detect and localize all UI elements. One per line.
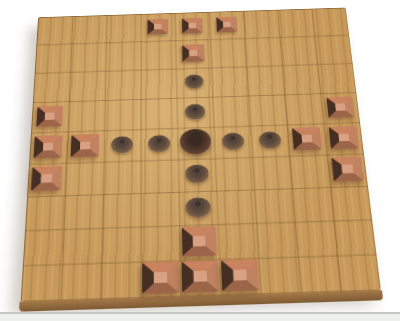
cell-g9[interactable] xyxy=(259,257,301,294)
cell-e9[interactable] xyxy=(180,259,221,296)
cell-f7[interactable] xyxy=(216,189,256,224)
cell-a3[interactable] xyxy=(33,72,70,102)
photo-bottom-rule xyxy=(0,312,400,321)
cell-e7[interactable] xyxy=(179,191,218,226)
king-piece[interactable] xyxy=(180,129,212,155)
cell-h8[interactable] xyxy=(295,221,337,257)
cell-h3[interactable] xyxy=(282,64,320,94)
cell-d1[interactable] xyxy=(141,13,176,41)
cell-a2[interactable] xyxy=(35,44,71,73)
attacker-piece[interactable] xyxy=(326,96,354,117)
cell-f2[interactable] xyxy=(210,38,247,67)
cell-f9[interactable] xyxy=(219,258,261,295)
cell-g8[interactable] xyxy=(256,222,297,258)
cell-c9[interactable] xyxy=(101,262,141,300)
defender-piece[interactable] xyxy=(258,131,281,149)
board-grid xyxy=(21,8,381,302)
cell-h9[interactable] xyxy=(298,255,341,292)
cell-c7[interactable] xyxy=(102,193,141,228)
cell-b2[interactable] xyxy=(70,42,106,71)
cell-e2[interactable] xyxy=(175,39,211,68)
cell-f5[interactable] xyxy=(214,126,253,158)
cell-i6[interactable] xyxy=(327,154,368,188)
cell-f4[interactable] xyxy=(213,96,251,127)
cell-i2[interactable] xyxy=(314,35,352,64)
cell-d9[interactable] xyxy=(141,260,181,297)
cell-i4[interactable] xyxy=(320,92,360,123)
cell-d6[interactable] xyxy=(141,159,179,193)
cell-c4[interactable] xyxy=(104,99,141,130)
attacker-piece[interactable] xyxy=(216,16,237,32)
cell-b9[interactable] xyxy=(61,263,102,301)
cell-e6[interactable] xyxy=(178,158,217,192)
cell-h2[interactable] xyxy=(280,36,318,65)
defender-piece[interactable] xyxy=(148,135,170,153)
defender-piece[interactable] xyxy=(111,136,133,154)
photo-canvas xyxy=(0,0,400,321)
cell-f1[interactable] xyxy=(209,11,245,39)
cell-i7[interactable] xyxy=(330,186,372,221)
attacker-piece[interactable] xyxy=(182,44,205,62)
cell-e5[interactable] xyxy=(177,127,215,159)
cell-a1[interactable] xyxy=(36,16,72,44)
attacker-piece[interactable] xyxy=(182,226,217,256)
cell-a4[interactable] xyxy=(31,101,69,132)
cell-f3[interactable] xyxy=(211,66,248,96)
cell-b1[interactable] xyxy=(71,15,106,43)
cell-f8[interactable] xyxy=(218,223,259,259)
cell-g4[interactable] xyxy=(248,94,286,125)
cell-g6[interactable] xyxy=(252,156,292,190)
attacker-piece[interactable] xyxy=(331,157,364,182)
cell-e3[interactable] xyxy=(176,67,213,97)
cell-c3[interactable] xyxy=(105,70,141,100)
attacker-piece[interactable] xyxy=(328,126,359,149)
cell-i5[interactable] xyxy=(323,122,363,154)
cell-d4[interactable] xyxy=(141,98,178,129)
cell-h6[interactable] xyxy=(289,155,330,189)
defender-piece[interactable] xyxy=(185,104,206,120)
cell-i8[interactable] xyxy=(334,219,377,255)
cell-g3[interactable] xyxy=(247,65,285,95)
attacker-piece[interactable] xyxy=(34,135,63,158)
cell-g5[interactable] xyxy=(250,125,289,157)
cell-h5[interactable] xyxy=(287,123,327,155)
cell-a6[interactable] xyxy=(27,163,66,197)
cell-d8[interactable] xyxy=(141,225,180,261)
defender-piece[interactable] xyxy=(185,165,209,184)
cell-d7[interactable] xyxy=(141,192,180,227)
cell-a8[interactable] xyxy=(23,229,64,265)
cell-g1[interactable] xyxy=(243,10,279,38)
cell-i9[interactable] xyxy=(337,254,381,291)
cell-g2[interactable] xyxy=(245,37,282,66)
cell-e1[interactable] xyxy=(175,12,210,40)
defender-piece[interactable] xyxy=(184,75,203,90)
cell-c5[interactable] xyxy=(103,129,140,162)
cell-i1[interactable] xyxy=(312,8,350,36)
cell-e4[interactable] xyxy=(177,97,214,128)
attacker-piece[interactable] xyxy=(181,260,219,293)
attacker-piece[interactable] xyxy=(71,134,100,157)
attacker-piece[interactable] xyxy=(31,166,62,192)
attacker-piece[interactable] xyxy=(221,259,259,292)
cell-a5[interactable] xyxy=(29,131,67,164)
defender-piece[interactable] xyxy=(185,197,211,218)
cell-c8[interactable] xyxy=(101,227,140,263)
cell-g7[interactable] xyxy=(254,188,295,223)
cell-d3[interactable] xyxy=(141,69,177,99)
cell-c2[interactable] xyxy=(105,41,140,70)
cell-f6[interactable] xyxy=(215,157,254,191)
cell-b7[interactable] xyxy=(64,194,103,229)
cell-c6[interactable] xyxy=(103,161,141,195)
cell-b4[interactable] xyxy=(68,100,105,131)
cell-b3[interactable] xyxy=(69,71,106,101)
cell-i3[interactable] xyxy=(317,63,356,93)
cell-b8[interactable] xyxy=(62,228,102,264)
cell-h1[interactable] xyxy=(277,9,314,37)
attacker-piece[interactable] xyxy=(182,17,203,33)
defender-piece[interactable] xyxy=(221,132,244,150)
cell-h7[interactable] xyxy=(292,187,333,222)
cell-h4[interactable] xyxy=(284,93,323,124)
cell-c1[interactable] xyxy=(106,14,141,42)
attacker-piece[interactable] xyxy=(142,262,179,295)
cell-a9[interactable] xyxy=(21,264,62,302)
cell-d5[interactable] xyxy=(141,128,178,160)
attacker-piece[interactable] xyxy=(37,105,64,126)
cell-a7[interactable] xyxy=(25,195,65,230)
attacker-piece[interactable] xyxy=(148,18,169,34)
cell-d2[interactable] xyxy=(141,40,176,69)
cell-b5[interactable] xyxy=(66,130,104,163)
cell-e8[interactable] xyxy=(179,224,219,260)
cell-b6[interactable] xyxy=(65,162,104,196)
attacker-piece[interactable] xyxy=(292,127,322,150)
